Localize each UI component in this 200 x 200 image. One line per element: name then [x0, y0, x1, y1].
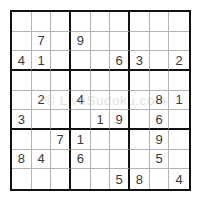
cell-r9c1[interactable]	[12, 169, 32, 189]
cell-r4c8[interactable]	[150, 71, 170, 91]
cell-r2c9[interactable]	[169, 32, 189, 52]
sudoku-board: © LiveSudoku.com 79416322481319671984655…	[10, 10, 191, 191]
cell-r8c2[interactable]: 4	[32, 150, 52, 170]
cell-r3c1[interactable]: 4	[12, 51, 32, 71]
cell-r3c7[interactable]: 3	[130, 51, 150, 71]
cell-r1c3[interactable]	[51, 12, 71, 32]
cell-r3c3[interactable]	[51, 51, 71, 71]
cell-r5c9[interactable]: 1	[169, 91, 189, 111]
cell-r8c4[interactable]: 6	[71, 150, 91, 170]
cell-r1c1[interactable]	[12, 12, 32, 32]
cell-r5c2[interactable]: 2	[32, 91, 52, 111]
cell-r8c7[interactable]	[130, 150, 150, 170]
cell-r2c4[interactable]: 9	[71, 32, 91, 52]
cell-r5c4[interactable]: 4	[71, 91, 91, 111]
cell-r3c9[interactable]: 2	[169, 51, 189, 71]
cell-r6c8[interactable]: 6	[150, 110, 170, 130]
cell-r8c9[interactable]	[169, 150, 189, 170]
cell-r6c6[interactable]: 9	[110, 110, 130, 130]
cell-r5c7[interactable]	[130, 91, 150, 111]
cell-r7c9[interactable]	[169, 130, 189, 150]
cell-r3c8[interactable]	[150, 51, 170, 71]
cell-r9c5[interactable]	[91, 169, 111, 189]
cell-r4c7[interactable]	[130, 71, 150, 91]
cell-r9c8[interactable]	[150, 169, 170, 189]
cell-r3c5[interactable]	[91, 51, 111, 71]
cell-r1c5[interactable]	[91, 12, 111, 32]
sudoku-page: © LiveSudoku.com 79416322481319671984655…	[0, 0, 200, 200]
cell-r6c7[interactable]	[130, 110, 150, 130]
cell-r4c1[interactable]	[12, 71, 32, 91]
cell-r3c4[interactable]	[71, 51, 91, 71]
cell-r4c2[interactable]	[32, 71, 52, 91]
cell-r7c2[interactable]	[32, 130, 52, 150]
cell-r1c2[interactable]	[32, 12, 52, 32]
cell-r7c1[interactable]	[12, 130, 32, 150]
cell-r1c8[interactable]	[150, 12, 170, 32]
cell-r7c4[interactable]: 1	[71, 130, 91, 150]
cell-r5c1[interactable]	[12, 91, 32, 111]
cell-r2c2[interactable]: 7	[32, 32, 52, 52]
cell-r3c2[interactable]: 1	[32, 51, 52, 71]
cell-r7c5[interactable]	[91, 130, 111, 150]
cell-r8c5[interactable]	[91, 150, 111, 170]
cell-r4c4[interactable]	[71, 71, 91, 91]
cell-r2c7[interactable]	[130, 32, 150, 52]
cell-r9c6[interactable]: 5	[110, 169, 130, 189]
cell-r4c3[interactable]	[51, 71, 71, 91]
cell-r6c2[interactable]	[32, 110, 52, 130]
cell-r6c1[interactable]: 3	[12, 110, 32, 130]
cell-r6c5[interactable]: 1	[91, 110, 111, 130]
cell-r8c3[interactable]	[51, 150, 71, 170]
cell-r1c7[interactable]	[130, 12, 150, 32]
cell-r8c8[interactable]: 5	[150, 150, 170, 170]
cell-r5c6[interactable]	[110, 91, 130, 111]
cell-r2c1[interactable]	[12, 32, 32, 52]
cell-r9c3[interactable]	[51, 169, 71, 189]
cell-r6c3[interactable]	[51, 110, 71, 130]
cell-r8c1[interactable]: 8	[12, 150, 32, 170]
cell-r9c7[interactable]: 8	[130, 169, 150, 189]
cell-r7c8[interactable]: 9	[150, 130, 170, 150]
cell-r2c6[interactable]	[110, 32, 130, 52]
cell-r8c6[interactable]	[110, 150, 130, 170]
cell-r3c6[interactable]: 6	[110, 51, 130, 71]
cell-r7c6[interactable]	[110, 130, 130, 150]
cell-r9c2[interactable]	[32, 169, 52, 189]
cell-r5c5[interactable]	[91, 91, 111, 111]
cell-r4c5[interactable]	[91, 71, 111, 91]
cell-r5c8[interactable]: 8	[150, 91, 170, 111]
cell-r4c9[interactable]	[169, 71, 189, 91]
cell-r2c5[interactable]	[91, 32, 111, 52]
cell-r9c4[interactable]	[71, 169, 91, 189]
cell-r1c9[interactable]	[169, 12, 189, 32]
cell-r6c4[interactable]	[71, 110, 91, 130]
cell-r1c4[interactable]	[71, 12, 91, 32]
cell-r7c3[interactable]: 7	[51, 130, 71, 150]
cell-r6c9[interactable]	[169, 110, 189, 130]
cell-r2c3[interactable]	[51, 32, 71, 52]
cell-r1c6[interactable]	[110, 12, 130, 32]
cell-r5c3[interactable]	[51, 91, 71, 111]
cell-r9c9[interactable]: 4	[169, 169, 189, 189]
cell-r7c7[interactable]	[130, 130, 150, 150]
cell-r4c6[interactable]	[110, 71, 130, 91]
cell-r2c8[interactable]	[150, 32, 170, 52]
